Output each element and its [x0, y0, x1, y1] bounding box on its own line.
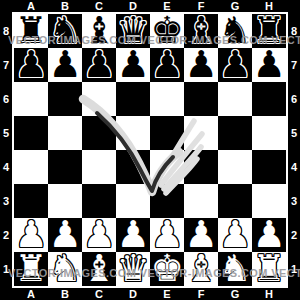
black-pawn: ♟ — [150, 48, 184, 82]
label-2: 2 — [288, 218, 300, 252]
black-pawn: ♟ — [82, 48, 116, 82]
file-labels-top: ABCDEFGH — [14, 0, 286, 12]
square-e5 — [150, 116, 184, 150]
label-B: B — [48, 288, 82, 300]
watermark-text-bottom: VECTOR-IMAGES.COM VECTOR-IMAGES.COM VECT… — [0, 267, 300, 280]
square-e6 — [150, 82, 184, 116]
label-D: D — [116, 288, 150, 300]
square-a6 — [14, 82, 48, 116]
watermark-text-top: VECTOR-IMAGES.COM VECTOR-IMAGES.COM VECT… — [0, 34, 300, 47]
label-A: A — [14, 288, 48, 300]
square-g5 — [218, 116, 252, 150]
label-A: A — [14, 0, 48, 12]
square-e7: ♟ — [150, 48, 184, 82]
square-f5 — [184, 116, 218, 150]
label-6: 6 — [288, 82, 300, 116]
square-f7: ♟ — [184, 48, 218, 82]
square-d7: ♟ — [116, 48, 150, 82]
square-b7: ♟ — [48, 48, 82, 82]
label-4: 4 — [0, 150, 12, 184]
square-d6 — [116, 82, 150, 116]
square-b4 — [48, 150, 82, 184]
label-4: 4 — [288, 150, 300, 184]
label-E: E — [150, 0, 184, 12]
square-b5 — [48, 116, 82, 150]
label-C: C — [82, 0, 116, 12]
label-F: F — [184, 288, 218, 300]
black-pawn: ♟ — [218, 48, 252, 82]
label-F: F — [184, 0, 218, 12]
label-2: 2 — [0, 218, 12, 252]
square-c4 — [82, 150, 116, 184]
square-h7: ♟ — [252, 48, 286, 82]
square-c7: ♟ — [82, 48, 116, 82]
square-g4 — [218, 150, 252, 184]
black-pawn: ♟ — [14, 48, 48, 82]
label-C: C — [82, 288, 116, 300]
label-7: 7 — [288, 48, 300, 82]
rank-labels-right: 87654321 — [288, 14, 300, 286]
black-pawn: ♟ — [252, 48, 286, 82]
square-h6 — [252, 82, 286, 116]
label-5: 5 — [0, 116, 12, 150]
square-f4 — [184, 150, 218, 184]
square-f6 — [184, 82, 218, 116]
label-D: D — [116, 0, 150, 12]
file-labels-bottom: ABCDEFGH — [14, 288, 286, 300]
black-pawn: ♟ — [184, 48, 218, 82]
black-pawn: ♟ — [48, 48, 82, 82]
square-a5 — [14, 116, 48, 150]
square-g7: ♟ — [218, 48, 252, 82]
label-7: 7 — [0, 48, 12, 82]
square-g6 — [218, 82, 252, 116]
square-e4 — [150, 150, 184, 184]
label-3: 3 — [288, 184, 300, 218]
label-6: 6 — [0, 82, 12, 116]
square-h5 — [252, 116, 286, 150]
square-d5 — [116, 116, 150, 150]
black-pawn: ♟ — [116, 48, 150, 82]
square-b6 — [48, 82, 82, 116]
label-E: E — [150, 288, 184, 300]
label-G: G — [218, 0, 252, 12]
square-a7: ♟ — [14, 48, 48, 82]
square-h4 — [252, 150, 286, 184]
label-H: H — [252, 0, 286, 12]
board-grid: ♜♞♝♛♚♝♞♜♟♟♟♟♟♟♟♟♟♟♟♟♟♟♟♟♜♞♝♛♚♝♞♜ — [12, 12, 288, 288]
label-H: H — [252, 288, 286, 300]
label-G: G — [218, 288, 252, 300]
square-c6 — [82, 82, 116, 116]
square-a4 — [14, 150, 48, 184]
chessboard-diagram: ABCDEFGH ABCDEFGH 87654321 87654321 ♜♞♝♛… — [0, 0, 300, 300]
label-5: 5 — [288, 116, 300, 150]
label-B: B — [48, 0, 82, 12]
label-3: 3 — [0, 184, 12, 218]
rank-labels-left: 87654321 — [0, 14, 12, 286]
square-c5 — [82, 116, 116, 150]
square-d4 — [116, 150, 150, 184]
